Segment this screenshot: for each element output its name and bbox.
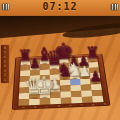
game-timer: 07:12 (0, 1, 120, 12)
file-label-c: c (46, 105, 48, 107)
file-label-g: g (92, 103, 94, 105)
file-label-e: e (70, 104, 72, 106)
rank-label-4: 4 (4, 65, 6, 67)
file-label-b: b (34, 106, 36, 108)
rank-label-7: 7 (4, 51, 6, 53)
rank-label-5: 5 (4, 61, 6, 63)
white-king-c2[interactable]: ♚ (33, 73, 56, 98)
board-perspective: ♜♝♚♜♟♛♟♟♞♞♟♟♟♛♚ abcdefgh (12, 54, 111, 110)
chess-game-screen: 07:12 87654321 ♜♝♚♜♟♛♟♟♞♞♟♟♟♛♚ abcdefgh (0, 0, 120, 120)
file-label-a: a (22, 106, 24, 108)
black-pawn-b7[interactable]: ♟ (28, 56, 41, 70)
square-c2[interactable]: ♚ (40, 92, 50, 99)
file-label-f: f (81, 104, 82, 106)
forward-icon[interactable] (111, 4, 118, 10)
top-bar: 07:12 (0, 0, 120, 16)
board-grid: ♜♝♚♜♟♛♟♟♞♞♟♟♟♛♚ (18, 57, 103, 106)
rank-label-3: 3 (4, 70, 6, 72)
board-frame: ♜♝♚♜♟♛♟♟♞♞♟♟♟♛♚ abcdefgh (12, 54, 111, 110)
rank-label-2: 2 (4, 74, 6, 76)
file-label-d: d (58, 105, 60, 107)
board-side-rank-labels: 87654321 (1, 45, 9, 83)
file-label-h: h (104, 103, 106, 105)
square-b7[interactable]: ♟ (30, 65, 40, 71)
chess-board[interactable]: ♜♝♚♜♟♛♟♟♞♞♟♟♟♛♚ abcdefgh (12, 34, 108, 120)
rank-label-8: 8 (4, 47, 6, 49)
black-pawn-h4[interactable]: ♟ (89, 69, 102, 84)
rank-label-6: 6 (4, 56, 6, 58)
rank-label-1: 1 (4, 79, 6, 81)
